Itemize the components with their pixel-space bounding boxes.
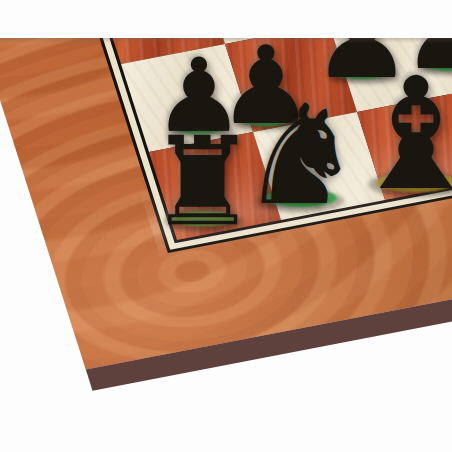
black-knight-glyph: ♞ <box>239 87 363 225</box>
black-rook-glyph: ♜ <box>148 121 257 243</box>
product-photo: ♟♟♟♟♝♞♜ <box>0 0 452 452</box>
photo-crop-area: ♟♟♟♟♝♞♜ <box>0 38 452 452</box>
